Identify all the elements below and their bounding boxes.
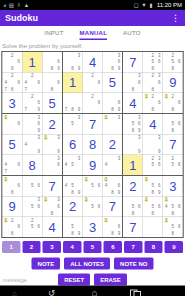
box-1: 268168924678246768326795 <box>3 52 62 113</box>
cell-r3c9[interactable]: 1268 <box>163 93 182 113</box>
cell-r4c8[interactable]: 4 <box>143 114 162 134</box>
cell-r8c7[interactable]: 568 <box>123 197 142 217</box>
subtitle-text: Solve the problem by yourself. <box>0 40 185 50</box>
cell-r5c4[interactable]: 6 <box>63 135 82 155</box>
cell-r8c1[interactable]: 9 <box>3 197 22 217</box>
pad-button-5[interactable]: 5 <box>83 241 101 253</box>
battery-icon: ▮ <box>149 0 152 10</box>
cell-r5c3[interactable]: 139 <box>42 135 61 155</box>
box-6: 3568945683939712356256 <box>123 114 182 175</box>
cell-r1c3[interactable]: 689 <box>42 52 61 72</box>
pad-button-8[interactable]: 8 <box>144 241 162 253</box>
cell-r1c9[interactable]: 2568 <box>163 52 182 72</box>
status-bar: ◕ ▤ ⇩ ▲ ▢ ▼ ▮ 11:20 PM <box>0 0 185 10</box>
message-label: message <box>3 276 27 283</box>
cell-r5c9[interactable]: 7 <box>163 135 182 155</box>
cell-r6c9[interactable]: 256 <box>163 155 182 175</box>
note-no-button[interactable]: NOTE NO <box>114 258 153 270</box>
cell-r2c2[interactable]: 2467 <box>22 73 41 93</box>
cell-r9c2[interactable]: 256 <box>22 217 41 237</box>
cell-r4c3[interactable]: 2 <box>42 114 61 134</box>
android-nav-bar: ⌂ ↺ ⌂ <box>0 286 185 296</box>
cell-r6c6[interactable]: 34 <box>103 155 122 175</box>
cell-r8c2[interactable]: 356 <box>22 197 41 217</box>
cell-r1c2[interactable]: 1 <box>22 52 41 72</box>
cell-r1c7[interactable]: 7 <box>123 52 142 72</box>
box-3: 723568256836823689412681268 <box>123 52 182 113</box>
hide-icon[interactable]: ⌂ <box>7 286 22 296</box>
cell-r4c2[interactable]: 369 <box>22 114 41 134</box>
cell-r8c9[interactable]: 14568 <box>163 197 182 217</box>
cell-r7c4[interactable]: 4589 <box>63 176 82 196</box>
cell-r3c7[interactable]: 4 <box>123 93 142 113</box>
cell-r9c1[interactable]: 1268 <box>3 217 22 237</box>
cell-r1c6[interactable]: 3689 <box>103 52 122 72</box>
reset-button[interactable]: RESET <box>58 274 90 286</box>
no-sim-icon: ▢ <box>134 0 139 10</box>
app-root: ◕ ▤ ⇩ ▲ ▢ ▼ ▮ 11:20 PM Sudoku ⋮ INPUT MA… <box>0 0 185 296</box>
cell-r2c4[interactable]: 1 <box>63 73 82 93</box>
cell-r7c5[interactable]: 156 <box>83 176 102 196</box>
pad-button-7[interactable]: 7 <box>124 241 142 253</box>
page-title: Sudoku <box>5 13 38 24</box>
wifi-icon: ▼ <box>141 0 146 10</box>
cell-r9c6[interactable]: 1689 <box>103 217 122 237</box>
cell-r5c5[interactable]: 8 <box>83 135 102 155</box>
tab-bar: INPUT MANUAL AUTO <box>0 26 185 40</box>
cell-r3c2[interactable]: 2679 <box>22 93 41 113</box>
box-2: 38943689126578926689 <box>63 52 122 113</box>
cell-r7c2[interactable]: 56 <box>22 176 41 196</box>
tab-manual[interactable]: MANUAL <box>79 26 109 40</box>
cell-r7c8[interactable]: 15689 <box>143 176 162 196</box>
cell-r1c4[interactable]: 389 <box>63 52 82 72</box>
cell-r8c3[interactable]: 1368 <box>42 197 61 217</box>
sudoku-app-screenshot: ◕ ▤ ⇩ ▲ ▢ ▼ ▮ 11:20 PM Sudoku ⋮ INPUT MA… <box>0 0 185 296</box>
cell-r6c3[interactable]: 36 <box>42 155 61 175</box>
cell-r5c8[interactable]: 39 <box>143 135 162 155</box>
back-icon[interactable]: ↺ <box>44 286 59 296</box>
cell-r5c7[interactable]: 39 <box>123 135 142 155</box>
cell-r6c1[interactable]: 467 <box>3 155 22 175</box>
cell-r8c6[interactable]: 7 <box>103 197 122 217</box>
cell-r8c5[interactable]: 156 <box>83 197 102 217</box>
cell-r2c1[interactable]: 24678 <box>3 73 22 93</box>
cell-r4c5[interactable]: 7 <box>83 114 102 134</box>
pad-button-3[interactable]: 3 <box>43 241 61 253</box>
cell-r1c5[interactable]: 4 <box>83 52 102 72</box>
pad-button-9[interactable]: 9 <box>165 241 183 253</box>
status-time: 11:20 PM <box>157 2 182 9</box>
pad-button-2[interactable]: 2 <box>22 241 40 253</box>
cell-r7c6[interactable]: 14689 <box>103 176 122 196</box>
cell-r5c2[interactable]: 349 <box>22 135 41 155</box>
sudoku-board: 2681689246782467683267953894368912657892… <box>2 51 184 238</box>
cell-r6c8[interactable]: 2356 <box>143 155 162 175</box>
cell-r9c5[interactable]: 3 <box>83 217 102 237</box>
note-button[interactable]: NOTE <box>32 258 61 270</box>
cell-r6c4[interactable]: 345 <box>63 155 82 175</box>
sd-card-icon: ▤ <box>9 0 14 10</box>
cell-r2c9[interactable]: 9 <box>163 73 182 93</box>
box-4: 1636925349139467836 <box>3 114 62 175</box>
pad-button-1[interactable]: 1 <box>2 241 20 253</box>
app-bar: Sudoku ⋮ <box>0 10 185 26</box>
tab-auto[interactable]: AUTO <box>122 26 142 40</box>
cell-r7c3[interactable]: 7 <box>42 176 61 196</box>
cell-r1c1[interactable]: 268 <box>3 52 22 72</box>
cell-r5c6[interactable]: 2 <box>103 135 122 155</box>
cell-r8c4[interactable]: 2 <box>63 197 82 217</box>
cell-r3c5[interactable]: 26 <box>83 93 102 113</box>
cell-r4c7[interactable]: 35689 <box>123 114 142 134</box>
cell-r3c3[interactable]: 5 <box>42 93 61 113</box>
download-icon: ⇩ <box>17 0 22 10</box>
cell-r9c9[interactable]: 1568 <box>163 217 182 237</box>
cell-r3c4[interactable]: 789 <box>63 93 82 113</box>
cell-r7c1[interactable]: 168 <box>3 176 22 196</box>
erase-button[interactable]: ERASE <box>94 274 127 286</box>
pad-button-4[interactable]: 4 <box>63 241 81 253</box>
home-icon[interactable]: ⌂ <box>87 286 102 296</box>
all-notes-button[interactable]: ALL NOTES <box>64 258 110 270</box>
cell-r3c6[interactable]: 689 <box>103 93 122 113</box>
cell-r9c3[interactable]: 4 <box>42 217 61 237</box>
cell-r2c5[interactable]: 26 <box>83 73 102 93</box>
cell-r7c9[interactable]: 3 <box>163 176 182 196</box>
cell-r2c3[interactable]: 68 <box>42 73 61 93</box>
cell-r4c4[interactable]: 35 <box>63 114 82 134</box>
cell-r2c6[interactable]: 5 <box>103 73 122 93</box>
cell-r4c1[interactable]: 16 <box>3 114 22 134</box>
cell-r7c7[interactable]: 2 <box>123 176 142 196</box>
tab-input[interactable]: INPUT <box>43 26 64 40</box>
cell-r5c1[interactable]: 5 <box>3 135 22 155</box>
cell-r2c8[interactable]: 2368 <box>143 73 162 93</box>
notification-circle-icon: ◕ <box>3 0 6 10</box>
pad-button-6[interactable]: 6 <box>104 241 122 253</box>
cell-r2c7[interactable]: 368 <box>123 73 142 93</box>
warning-triangle-icon: ▲ <box>24 0 29 10</box>
cell-r9c7[interactable]: 7 <box>123 217 142 237</box>
cell-r4c6[interactable]: 13 <box>103 114 122 134</box>
number-pad: 123456789 <box>0 238 185 253</box>
cell-r4c9[interactable]: 568 <box>163 114 182 134</box>
cell-r3c1[interactable]: 3 <box>3 93 22 113</box>
reset-button-row: message RESET ERASE <box>0 274 185 286</box>
box-8: 4589156146892156758931689 <box>63 176 122 237</box>
box-7: 1685679356136812682564 <box>3 176 62 237</box>
cell-r3c8[interactable]: 1268 <box>143 93 162 113</box>
overflow-menu-icon[interactable]: ⋮ <box>171 14 180 23</box>
note-button-row: NOTE ALL NOTES NOTE NO <box>0 258 185 270</box>
cell-r1c8[interactable]: 23568 <box>143 52 162 72</box>
box-9: 215689356815681456871568 <box>123 176 182 237</box>
cell-r9c4[interactable]: 589 <box>63 217 82 237</box>
box-5: 35713682345934 <box>63 114 122 175</box>
cell-r6c5[interactable]: 9 <box>83 155 102 175</box>
recents-icon[interactable] <box>128 286 143 296</box>
cell-r6c2[interactable]: 8 <box>22 155 41 175</box>
cell-r9c8[interactable] <box>143 217 162 237</box>
cell-r6c7[interactable]: 1 <box>123 155 142 175</box>
cell-r8c8[interactable]: 1568 <box>143 197 162 217</box>
